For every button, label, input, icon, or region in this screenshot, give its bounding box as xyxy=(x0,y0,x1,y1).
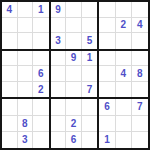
cell-r4c7[interactable] xyxy=(99,51,115,67)
cell-r5c1[interactable] xyxy=(2,66,18,82)
block-3-2: 26 xyxy=(51,99,100,148)
cell-r5c5[interactable] xyxy=(66,66,82,82)
cell-r6c3[interactable]: 2 xyxy=(33,82,49,98)
cell-r7c9[interactable]: 7 xyxy=(132,99,148,115)
cell-r3c9[interactable] xyxy=(132,33,148,49)
cell-r4c8[interactable] xyxy=(116,51,132,67)
cell-r6c1[interactable] xyxy=(2,82,18,98)
cell-r6c6[interactable]: 7 xyxy=(82,82,98,98)
cell-r3c1[interactable] xyxy=(2,33,18,49)
cell-r9c4[interactable] xyxy=(51,132,67,148)
cell-r4c4[interactable] xyxy=(51,51,67,67)
cell-r1c5[interactable] xyxy=(66,2,82,18)
cell-r2c3[interactable] xyxy=(33,18,49,34)
cell-r7c4[interactable] xyxy=(51,99,67,115)
cell-r7c8[interactable] xyxy=(116,99,132,115)
block-2-3: 48 xyxy=(99,51,148,100)
cell-r2c8[interactable]: 2 xyxy=(116,18,132,34)
cell-r7c5[interactable] xyxy=(66,99,82,115)
cell-r2c6[interactable] xyxy=(82,18,98,34)
cell-r9c3[interactable] xyxy=(33,132,49,148)
cell-r6c4[interactable] xyxy=(51,82,67,98)
cell-r8c7[interactable] xyxy=(99,116,115,132)
cell-r8c9[interactable] xyxy=(132,116,148,132)
cell-r1c8[interactable] xyxy=(116,2,132,18)
cell-r8c5[interactable]: 2 xyxy=(66,116,82,132)
cell-r5c4[interactable] xyxy=(51,66,67,82)
cell-r9c5[interactable]: 6 xyxy=(66,132,82,148)
cell-r8c2[interactable]: 8 xyxy=(18,116,34,132)
cell-r2c2[interactable] xyxy=(18,18,34,34)
cell-r6c8[interactable] xyxy=(116,82,132,98)
cell-r1c1[interactable]: 4 xyxy=(2,2,18,18)
cell-r1c4[interactable]: 9 xyxy=(51,2,67,18)
cell-r4c2[interactable] xyxy=(18,51,34,67)
cell-r4c1[interactable] xyxy=(2,51,18,67)
block-2-1: 62 xyxy=(2,51,51,100)
cell-r3c3[interactable] xyxy=(33,33,49,49)
cell-r7c7[interactable]: 6 xyxy=(99,99,115,115)
block-1-1: 41 xyxy=(2,2,51,51)
cell-r7c3[interactable] xyxy=(33,99,49,115)
sudoku-board: 419352462917488326671 xyxy=(0,0,150,150)
cell-r9c6[interactable] xyxy=(82,132,98,148)
cell-r9c2[interactable]: 3 xyxy=(18,132,34,148)
cell-r5c6[interactable] xyxy=(82,66,98,82)
cell-r2c9[interactable]: 4 xyxy=(132,18,148,34)
cell-r9c9[interactable] xyxy=(132,132,148,148)
cell-r8c3[interactable] xyxy=(33,116,49,132)
cell-r3c2[interactable] xyxy=(18,33,34,49)
cell-r1c6[interactable] xyxy=(82,2,98,18)
block-1-3: 24 xyxy=(99,2,148,51)
cell-r8c4[interactable] xyxy=(51,116,67,132)
cell-r6c7[interactable] xyxy=(99,82,115,98)
cell-r5c3[interactable]: 6 xyxy=(33,66,49,82)
cell-r8c1[interactable] xyxy=(2,116,18,132)
cell-r5c7[interactable] xyxy=(99,66,115,82)
cell-r8c8[interactable] xyxy=(116,116,132,132)
cell-r1c7[interactable] xyxy=(99,2,115,18)
block-3-3: 671 xyxy=(99,99,148,148)
cell-r7c6[interactable] xyxy=(82,99,98,115)
cell-r5c2[interactable] xyxy=(18,66,34,82)
cell-r1c3[interactable]: 1 xyxy=(33,2,49,18)
cell-r7c2[interactable] xyxy=(18,99,34,115)
cell-r6c2[interactable] xyxy=(18,82,34,98)
cell-r9c8[interactable] xyxy=(116,132,132,148)
cell-r4c3[interactable] xyxy=(33,51,49,67)
cell-r3c8[interactable] xyxy=(116,33,132,49)
cell-r3c7[interactable] xyxy=(99,33,115,49)
cell-r4c5[interactable]: 9 xyxy=(66,51,82,67)
cell-r4c6[interactable]: 1 xyxy=(82,51,98,67)
cell-r3c6[interactable]: 5 xyxy=(82,33,98,49)
cell-r1c9[interactable] xyxy=(132,2,148,18)
cell-r3c5[interactable] xyxy=(66,33,82,49)
cell-r4c9[interactable] xyxy=(132,51,148,67)
cell-r1c2[interactable] xyxy=(18,2,34,18)
cell-r5c9[interactable]: 8 xyxy=(132,66,148,82)
cell-r7c1[interactable] xyxy=(2,99,18,115)
cell-r2c7[interactable] xyxy=(99,18,115,34)
cell-r9c7[interactable]: 1 xyxy=(99,132,115,148)
cell-r2c4[interactable] xyxy=(51,18,67,34)
cell-r8c6[interactable] xyxy=(82,116,98,132)
block-3-1: 83 xyxy=(2,99,51,148)
cell-r6c5[interactable] xyxy=(66,82,82,98)
block-2-2: 917 xyxy=(51,51,100,100)
cell-r3c4[interactable]: 3 xyxy=(51,33,67,49)
cell-r6c9[interactable] xyxy=(132,82,148,98)
block-1-2: 935 xyxy=(51,2,100,51)
cell-r2c1[interactable] xyxy=(2,18,18,34)
cell-r5c8[interactable]: 4 xyxy=(116,66,132,82)
cell-r9c1[interactable] xyxy=(2,132,18,148)
cell-r2c5[interactable] xyxy=(66,18,82,34)
